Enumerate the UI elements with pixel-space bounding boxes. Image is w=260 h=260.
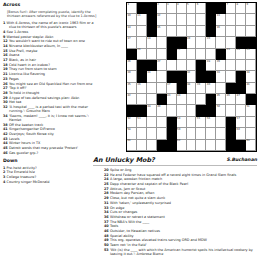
cell-number: 45 (217, 94, 220, 97)
grid-cell[interactable]: 63 (246, 140, 256, 151)
grid-cell[interactable]: 2 (157, 3, 167, 14)
grid-cell[interactable]: 59 (177, 128, 187, 139)
cell-number: 52 (127, 117, 130, 120)
grid-cell-black (236, 37, 246, 48)
grid-cell[interactable]: 24 (236, 49, 246, 60)
grid-cell[interactable] (167, 26, 177, 37)
grid-cell[interactable] (147, 94, 157, 105)
clue-number: 27 (3, 86, 9, 90)
cell-number: 7 (227, 3, 229, 6)
grid-cell[interactable]: 57 (236, 117, 246, 128)
clue-number: 2 (3, 170, 7, 174)
grid-cell[interactable] (177, 14, 187, 25)
clue-item: 22 He and Federer have squared off a rec… (104, 173, 258, 177)
grid-cell-black (177, 37, 187, 48)
clue-item: 2 The Emerald Isle (3, 170, 99, 174)
clue-item: 42 Overjoys; South Korea city (3, 132, 99, 136)
clue-item: 38 Off the beaten track (3, 123, 99, 127)
cell-number: 27 (157, 60, 160, 63)
title-divider (93, 165, 257, 166)
clue-item: 4 Country singer McDonald (3, 180, 99, 184)
grid-cell[interactable] (137, 37, 147, 48)
grid-cell[interactable] (206, 140, 216, 151)
across-clue-column: Across [Bonus fun!: After completing puz… (3, 2, 99, 185)
grid-cell-black (127, 105, 137, 116)
grid-cell[interactable] (187, 14, 197, 25)
grid-cell[interactable]: 16 (216, 26, 226, 37)
grid-cell[interactable] (187, 105, 197, 116)
grid-cell[interactable]: 26 (127, 60, 137, 71)
grid-cell[interactable] (177, 105, 187, 116)
grid-cell[interactable] (236, 26, 246, 37)
clue-item: 26 You might see an Old Speckled Hen run… (3, 82, 99, 86)
grid-cell[interactable]: 51 (246, 105, 256, 116)
grid-cell[interactable]: 31 (147, 71, 157, 82)
grid-cell[interactable]: 12 (157, 14, 167, 25)
clue-item: 45 Detroit words that may precede 'Prote… (3, 146, 99, 150)
grid-cell[interactable]: 5 (187, 3, 197, 14)
cell-number: 25 (246, 48, 249, 51)
grid-cell[interactable]: 52 (127, 117, 137, 128)
clue-number: 27 (104, 187, 110, 191)
cell-number: 33 (217, 71, 220, 74)
grid-cell[interactable]: 14 (127, 26, 137, 37)
grid-cell[interactable] (187, 140, 197, 151)
grid-cell[interactable] (246, 26, 256, 37)
grid-cell[interactable]: 37 (167, 83, 177, 94)
grid-cell[interactable]: 47 (236, 94, 246, 105)
grid-cell-black (147, 26, 157, 37)
grid-cell[interactable]: 53 (137, 117, 147, 128)
grid-cell[interactable]: 11 (137, 14, 147, 25)
grid-cell-black (177, 83, 187, 94)
clue-item: 16 Asana (3, 53, 99, 57)
cell-number: 54 (177, 117, 180, 120)
clue-number: 22 (104, 173, 110, 177)
clue-item: 41 Singer/songwriter DiFranco (3, 127, 99, 131)
cell-number: 19 (187, 37, 190, 40)
grid-cell-black (206, 71, 216, 82)
grid-cell[interactable] (196, 14, 206, 25)
grid-cell[interactable] (147, 117, 157, 128)
down-header: Down (3, 158, 99, 164)
grid-cell-black (206, 3, 216, 14)
grid-cell[interactable]: 60 (236, 128, 246, 139)
grid-cell[interactable] (216, 37, 226, 48)
cell-number: 48 (147, 105, 150, 108)
grid-cell[interactable] (196, 49, 206, 60)
cell-number: 34 (246, 71, 249, 74)
grid-cell[interactable] (167, 14, 177, 25)
clue-item: 49 This org. operates elevated trains se… (104, 238, 258, 242)
grid-cell[interactable] (187, 60, 197, 71)
grid-cell[interactable] (246, 128, 256, 139)
clue-item: 32 'A hospital ____ is a parked taxi wit… (3, 105, 99, 113)
grid-cell[interactable] (236, 14, 246, 25)
clue-item: 33 On edge (104, 206, 258, 210)
cell-number: 18 (147, 37, 150, 40)
grid-cell[interactable] (216, 140, 226, 151)
cell-number: 56 (207, 117, 210, 120)
clue-number: 46 (3, 151, 9, 155)
clue-item: 24 A large, wooden friction match (104, 177, 258, 181)
grid-cell[interactable] (226, 37, 236, 48)
grid-cell[interactable]: 4 (177, 3, 187, 14)
grid-cell-black (236, 140, 246, 151)
cell-number: 22 (177, 48, 180, 51)
grid-cell[interactable] (226, 105, 236, 116)
clue-number: 20 (104, 168, 110, 172)
grid-cell[interactable] (157, 117, 167, 128)
grid-cell[interactable] (196, 94, 206, 105)
grid-cell[interactable] (147, 83, 157, 94)
grid-cell-black (147, 14, 157, 25)
cell-number: 36 (137, 83, 140, 86)
grid-cell[interactable]: 46 (226, 94, 236, 105)
cell-number: 42 (127, 94, 130, 97)
cell-number: 9 (246, 3, 248, 6)
grid-cell[interactable]: 44 (177, 94, 187, 105)
clue-item: 14 Nirvana blockbuster album, In ____ (3, 44, 99, 48)
grid-cell[interactable]: 42 (127, 94, 137, 105)
cell-number: 15 (157, 26, 160, 29)
crossword-grid[interactable]: 1234567891011121314151617181920212223242… (126, 2, 257, 152)
grid-cell[interactable] (196, 26, 206, 37)
clue-item: 27 'Top it off!' (3, 86, 99, 90)
clue-number: 29 (3, 96, 9, 100)
grid-cell[interactable]: 8 (236, 3, 246, 14)
cell-number: 58 (127, 128, 130, 131)
grid-cell-black (167, 117, 177, 128)
grid-cell[interactable] (137, 94, 147, 105)
grid-cell-black (216, 3, 226, 14)
grid-cell-black (206, 94, 216, 105)
clue-item: 20 Spike or Ang (104, 168, 258, 172)
cell-number: 49 (157, 105, 160, 108)
grid-cell[interactable] (187, 128, 197, 139)
cell-number: 38 (187, 83, 190, 86)
clue-item: 23 Pages (3, 77, 99, 81)
clue-item: 4 See 1-Across (3, 30, 99, 34)
cell-number: 62 (177, 139, 180, 142)
grid-cell-black (226, 128, 236, 139)
grid-cell-black (167, 71, 177, 82)
clue-item: 34 Cuts or changes (104, 210, 258, 214)
grid-cell[interactable] (196, 37, 206, 48)
grid-cell[interactable]: 40 (206, 83, 216, 94)
clue-number: 33 (104, 206, 110, 210)
grid-cell-black (196, 60, 206, 71)
grid-cell[interactable]: 49 (157, 105, 167, 116)
cell-number: 39 (197, 83, 200, 86)
cell-number: 3 (167, 3, 169, 6)
clue-item: 29 Close, but not quite a slam dunk (104, 196, 258, 200)
grid-cell[interactable]: 41 (246, 83, 256, 94)
grid-cell[interactable] (167, 60, 177, 71)
cell-number: 17 (127, 37, 130, 40)
clue-number: 17 (3, 58, 9, 62)
grid-cell[interactable] (187, 94, 197, 105)
clue-item: 25 Depp character and captain of the Bla… (104, 182, 258, 186)
grid-cell-black (216, 49, 226, 60)
clue-number: 18 (3, 63, 9, 67)
cell-number: 6 (197, 3, 199, 6)
grid-cell[interactable] (236, 105, 246, 116)
grid-cell[interactable]: 50 (216, 105, 226, 116)
grid-cell[interactable] (196, 140, 206, 151)
grid-cell-black (147, 3, 157, 14)
grid-cell[interactable]: 19 (187, 37, 197, 48)
clue-number: 31 (104, 201, 110, 205)
clue-item: 28 Modern day Persian, often (104, 191, 258, 195)
grid-cell[interactable]: 61 (127, 140, 137, 151)
grid-cell-black (206, 105, 216, 116)
grid-cell-black (177, 71, 187, 82)
cell-number: 8 (237, 3, 239, 6)
grid-cell[interactable]: 27 (157, 60, 167, 71)
clue-number: 37 (104, 220, 110, 224)
clue-number: 41 (3, 127, 9, 131)
grid-cell[interactable]: 18 (147, 37, 157, 48)
grid-cell-black (147, 60, 157, 71)
cell-number: 32 (187, 71, 190, 74)
grid-cell[interactable]: 43 (167, 94, 177, 105)
grid-cell[interactable] (147, 128, 157, 139)
grid-cell[interactable] (137, 128, 147, 139)
clue-item: 15 Use Prell, maybe (3, 49, 99, 53)
grid-cell[interactable]: 30 (127, 71, 137, 82)
clue-item: 40 Tools (104, 224, 258, 228)
grid-cell[interactable] (206, 128, 216, 139)
grid-cell[interactable]: 62 (177, 140, 187, 151)
grid-cell[interactable] (177, 60, 187, 71)
grid-cell[interactable] (187, 49, 197, 60)
clue-number: 4 (3, 30, 7, 34)
grid-cell[interactable] (157, 83, 167, 94)
grid-cell[interactable]: 58 (127, 128, 137, 139)
puzzle-author: S.Buchanan (226, 157, 257, 162)
down-clue-list-right: 20 Spike or Ang22 He and Federer have sq… (104, 168, 258, 256)
grid-cell[interactable]: 56 (206, 117, 216, 128)
grid-cell[interactable] (167, 105, 177, 116)
cell-number: 16 (217, 26, 220, 29)
cell-number: 43 (167, 94, 170, 97)
grid-cell-black (137, 60, 147, 71)
clue-item: 48 Special ability (104, 234, 258, 238)
cell-number: 55 (197, 117, 200, 120)
grid-cell[interactable] (187, 26, 197, 37)
grid-cell[interactable]: 17 (127, 37, 137, 48)
clue-number: 48 (104, 234, 110, 238)
clue-number: 34 (3, 114, 9, 118)
grid-cell-black (246, 94, 256, 105)
cell-number: 2 (157, 3, 159, 6)
grid-cell[interactable] (147, 49, 157, 60)
grid-cell[interactable]: 34 (246, 71, 256, 82)
grid-cell[interactable]: 1 (127, 3, 137, 14)
across-header: Across (3, 2, 99, 8)
cell-number: 28 (207, 60, 210, 63)
grid-cell[interactable]: 7 (226, 3, 236, 14)
clue-item: 28 To hold in thought (3, 91, 99, 95)
grid-cell-black (226, 117, 236, 128)
grid-cell-black (196, 71, 206, 82)
grid-cell[interactable] (177, 26, 187, 37)
grid-cell-black (157, 140, 167, 151)
grid-cell[interactable] (206, 49, 216, 60)
grid-cell-black (236, 71, 246, 82)
clue-number: 29 (104, 196, 110, 200)
clue-number: 32 (3, 105, 9, 109)
title-bar: An Unlucky Mob? S.Buchanan (93, 154, 257, 165)
grid-cell-black (246, 37, 256, 48)
grid-cell[interactable]: 28 (206, 60, 216, 71)
clue-number: 42 (3, 132, 9, 136)
grid-cell[interactable]: 22 (177, 49, 187, 60)
clue-item: 46 Outsider, to Hawaiian natives (104, 229, 258, 233)
clue-number: 45 (3, 146, 9, 150)
cell-number: 35 (127, 83, 130, 86)
down-clue-column: 20 Spike or Ang22 He and Federer have sq… (104, 168, 258, 256)
clue-item: 27 Atticus, Jem or Scout (104, 187, 258, 191)
grid-cell[interactable] (236, 60, 246, 71)
grid-cell[interactable]: 29 (216, 60, 226, 71)
grid-cell[interactable] (157, 49, 167, 60)
clue-number: 28 (104, 191, 110, 195)
clue-number: 36 (104, 215, 110, 219)
cell-number: 21 (137, 48, 140, 51)
grid-cell[interactable]: 55 (196, 117, 206, 128)
cell-number: 63 (246, 139, 249, 142)
grid-cell[interactable]: 9 (246, 3, 256, 14)
grid-cell-black (196, 105, 206, 116)
grid-cell[interactable]: 54 (177, 117, 187, 128)
grid-cell[interactable]: 36 (137, 83, 147, 94)
grid-cell[interactable]: 6 (196, 3, 206, 14)
grid-cell-black (137, 3, 147, 14)
grid-cell[interactable]: 10 (127, 14, 137, 25)
grid-cell[interactable]: 45 (216, 94, 226, 105)
grid-cell[interactable]: 3 (167, 3, 177, 14)
grid-cell[interactable]: 39 (196, 83, 206, 94)
grid-cell[interactable] (216, 128, 226, 139)
cell-number: 23 (227, 48, 230, 51)
cell-number: 47 (237, 94, 240, 97)
grid-cell[interactable]: 13 (216, 14, 226, 25)
grid-cell[interactable] (246, 14, 256, 25)
grid-cell[interactable] (246, 117, 256, 128)
clue-item: 3 Collage treasure? (3, 175, 99, 179)
cell-number: 60 (237, 128, 240, 131)
grid-cell[interactable] (157, 71, 167, 82)
grid-cell[interactable] (226, 71, 236, 82)
grid-cell[interactable] (157, 37, 167, 48)
clue-number: 40 (104, 224, 110, 228)
clue-item: 34 'Seems, madam! ____, it is; I know no… (3, 114, 99, 122)
clue-item: 19 They run from stem to stern (3, 67, 99, 71)
cell-number: 46 (227, 94, 230, 97)
cell-number: 20 (207, 37, 210, 40)
clue-item: 12 You wouldn't want to ride out of town… (3, 39, 99, 43)
puzzle-title: An Unlucky Mob? (93, 156, 155, 164)
clue-item: 21 Licorice-like flavoring (3, 72, 99, 76)
cell-number: 13 (217, 14, 220, 17)
clue-item: 37 The NBA's Wilt the ____ (104, 220, 258, 224)
clue-number: 3 (3, 175, 7, 179)
grid-cell[interactable] (196, 128, 206, 139)
clue-item: 1 Pre-heist activity? (3, 166, 99, 170)
cell-number: 14 (127, 26, 130, 29)
cell-number: 24 (237, 48, 240, 51)
grid-cell[interactable]: 21 (137, 49, 147, 60)
grid-cell-black (167, 49, 177, 60)
grid-cell[interactable] (246, 60, 256, 71)
clue-number: 23 (3, 77, 9, 81)
clue-number: 19 (3, 67, 9, 71)
grid-cell[interactable] (226, 14, 236, 25)
clue-item: 17 Black, as in hair (3, 58, 99, 62)
down-clue-list-left: 1 Pre-heist activity?2 The Emerald Isle3… (3, 166, 99, 184)
grid-cell-black (167, 37, 177, 48)
grid-cell[interactable]: 15 (157, 26, 167, 37)
clue-item: 46 Gas guzzler grp.? (3, 151, 99, 155)
grid-cell[interactable] (137, 26, 147, 37)
clue-number: 21 (3, 72, 9, 76)
grid-cell-black (206, 14, 216, 25)
clue-number: 53 (104, 248, 110, 252)
grid-cell[interactable] (157, 128, 167, 139)
grid-cell[interactable]: 25 (246, 49, 256, 60)
cell-number: 40 (207, 83, 210, 86)
grid-cell[interactable]: 23 (226, 49, 236, 60)
grid-cell[interactable]: 33 (216, 71, 226, 82)
clue-item: 30 Hot tea (3, 100, 99, 104)
grid-cell[interactable]: 35 (127, 83, 137, 94)
cell-number: 61 (127, 139, 130, 142)
grid-cell[interactable]: 38 (187, 83, 197, 94)
grid-cell-black (226, 140, 236, 151)
clue-number: 14 (3, 44, 9, 48)
clue-number: 16 (3, 53, 9, 57)
clue-number: 1 (3, 166, 7, 170)
cell-number: 31 (147, 71, 150, 74)
grid-cell[interactable] (226, 60, 236, 71)
grid-cell[interactable]: 32 (187, 71, 197, 82)
grid-cell[interactable]: 48 (147, 105, 157, 116)
grid-cell[interactable] (226, 26, 236, 37)
clue-number: 1 (3, 21, 7, 25)
clue-item: 29 A type of tax-deferred savings plan: … (3, 96, 99, 100)
grid-cell[interactable]: 20 (206, 37, 216, 48)
clue-number: 43 (3, 137, 9, 141)
cell-number: 51 (246, 105, 249, 108)
grid-cell-black (157, 94, 167, 105)
clue-number: 12 (3, 39, 9, 43)
grid-cell[interactable] (216, 117, 226, 128)
cell-number: 1 (127, 3, 129, 6)
clue-number: 38 (3, 123, 9, 127)
grid-cell[interactable] (147, 140, 157, 151)
clue-item: 43 Levels (3, 137, 99, 141)
cell-number: 4 (177, 3, 179, 6)
grid-cell[interactable] (137, 140, 147, 151)
clue-item: 50 Team not 'in the field' (104, 243, 258, 247)
clue-item: 36 Withdraw or retract a statement (104, 215, 258, 219)
clue-number: 34 (104, 210, 110, 214)
grid-cell[interactable] (187, 117, 197, 128)
grid-cell[interactable] (216, 83, 226, 94)
cell-number: 50 (217, 105, 220, 108)
